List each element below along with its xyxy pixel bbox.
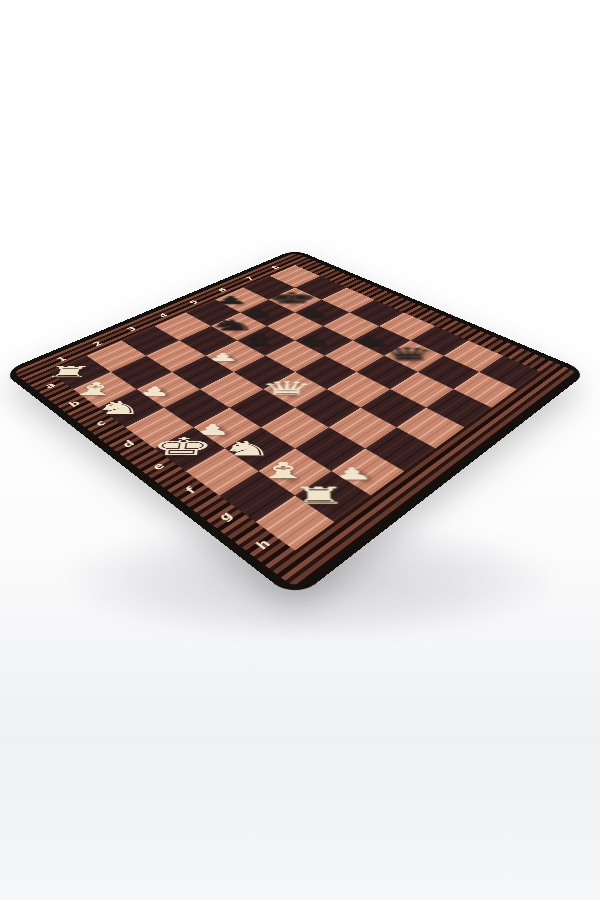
board-grid: ♚♟♟♛♟♟♟♞♝♟♛♟♟♟♞♝♜♜♝♞♚ — [49, 265, 540, 550]
piece-wB-b1[interactable]: ♝ — [66, 380, 117, 397]
piece-wN-c1[interactable]: ♞ — [91, 399, 143, 417]
photo-stage: ♚♟♟♛♟♟♟♞♝♟♛♟♟♟♞♝♜♜♝♞♚ a1b2c3d4e5f6g7h8 — [0, 0, 600, 900]
piece-wR-a1[interactable]: ♜ — [42, 364, 92, 379]
piece-wK-e1[interactable]: ♚ — [148, 435, 202, 459]
